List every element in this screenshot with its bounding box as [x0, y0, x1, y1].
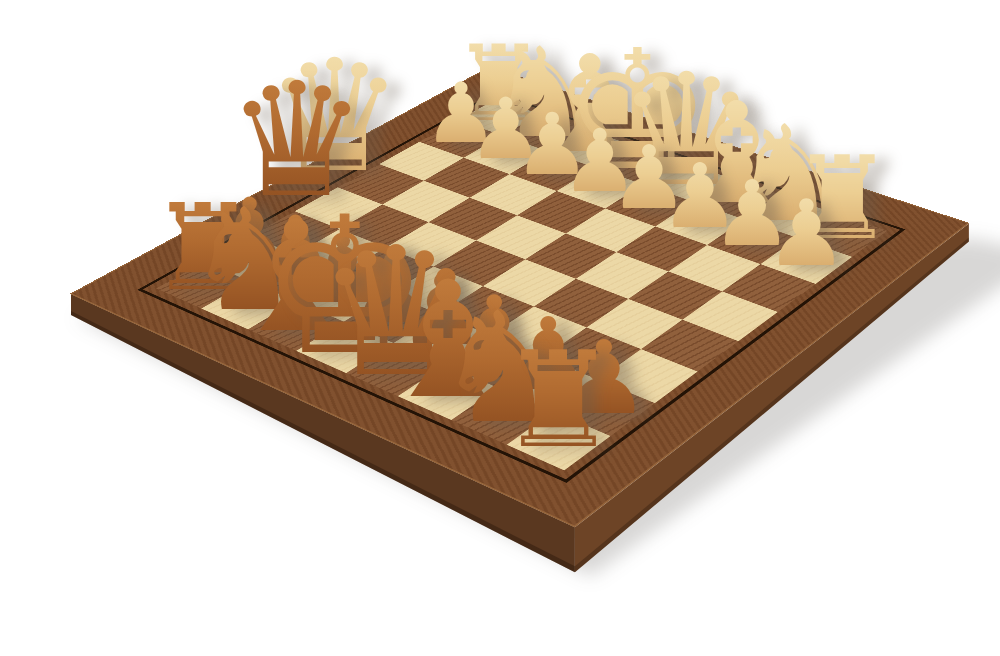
frame-corner-right [968, 224, 971, 225]
piece-black-rook-a8[interactable]: ♜ [499, 334, 618, 467]
product-photo-scene: { "game": "chess", "position": { "fen": … [0, 0, 1000, 656]
frame-corner-left [70, 294, 73, 295]
frame-corner-near [573, 527, 576, 529]
piece-white-pawn-a2[interactable]: ♟ [765, 188, 847, 280]
